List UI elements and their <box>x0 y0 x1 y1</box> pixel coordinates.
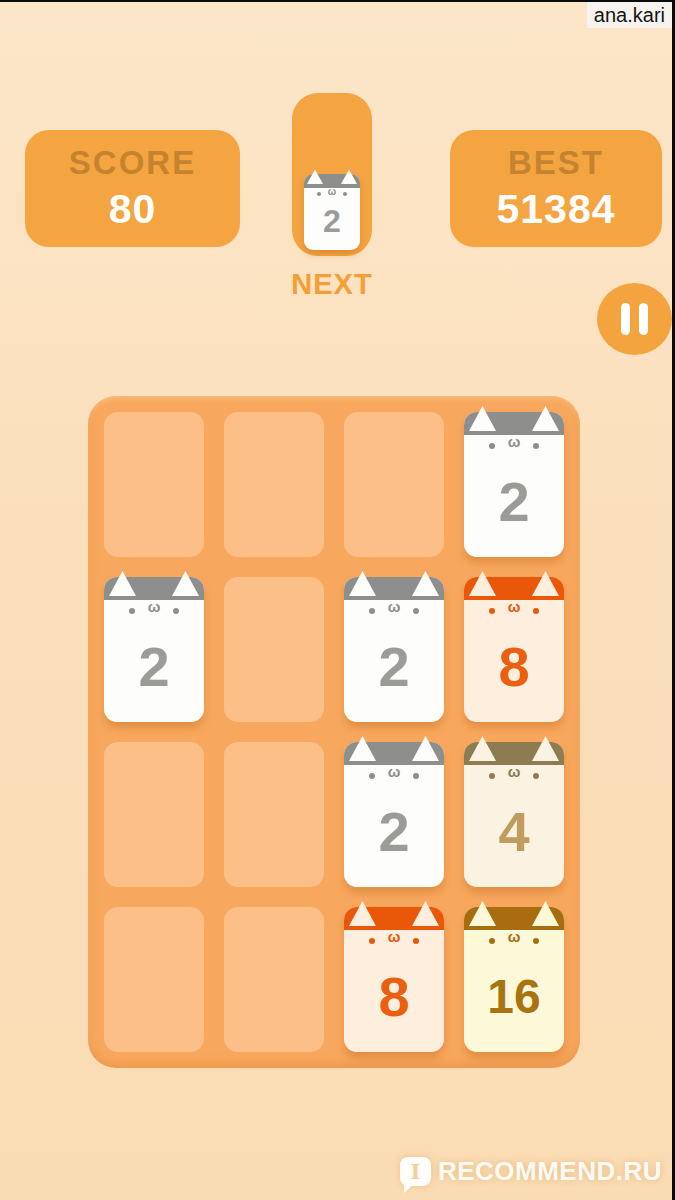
next-tile-holder: ω 2 <box>292 93 372 256</box>
tile-8: ω8 <box>464 577 564 722</box>
tile-value: 2 <box>344 611 444 722</box>
score-box: SCORE 80 <box>25 130 240 247</box>
tile-2: ω2 <box>344 742 444 887</box>
next-tile: ω 2 <box>304 174 360 250</box>
tile-value: 2 <box>344 776 444 887</box>
cell-r4c3: ω8 <box>344 907 444 1052</box>
top-edge-bar <box>0 0 675 2</box>
cell-r3c4: ω4 <box>464 742 564 887</box>
cell-r1c3 <box>344 412 444 557</box>
tile-2: ω2 <box>344 577 444 722</box>
cell-r4c1 <box>104 907 204 1052</box>
cell-r3c2 <box>224 742 324 887</box>
watermark-text: RECOMMEND.RU <box>438 1156 662 1187</box>
tile-4: ω4 <box>464 742 564 887</box>
cell-r2c1: ω2 <box>104 577 204 722</box>
cell-r4c4: ω16 <box>464 907 564 1052</box>
tile-value: 2 <box>104 611 204 722</box>
cell-r3c1 <box>104 742 204 887</box>
best-label: BEST <box>508 144 604 182</box>
cell-r1c1 <box>104 412 204 557</box>
cell-r2c4: ω8 <box>464 577 564 722</box>
watermark-badge-icon: I <box>400 1157 431 1186</box>
watermark: I RECOMMEND.RU <box>400 1156 662 1187</box>
score-label: SCORE <box>69 144 196 182</box>
pause-button[interactable] <box>597 283 672 355</box>
best-value: 51384 <box>496 186 615 233</box>
game-screen: ana.kari SCORE 80 ω 2 NEXT BEST 51384 ω2… <box>0 0 675 1200</box>
best-box: BEST 51384 <box>450 130 662 247</box>
tile-8: ω8 <box>344 907 444 1052</box>
cell-r2c2 <box>224 577 324 722</box>
tile-2: ω2 <box>104 577 204 722</box>
cell-r1c2 <box>224 412 324 557</box>
username-overlay: ana.kari <box>587 2 672 28</box>
score-value: 80 <box>109 186 157 233</box>
next-tile-value: 2 <box>304 192 360 250</box>
tile-value: 8 <box>464 611 564 722</box>
tile-2: ω2 <box>464 412 564 557</box>
pause-icon <box>639 303 648 335</box>
tile-grid: ω2ω2ω2ω8ω2ω4ω8ω16 <box>104 412 564 1052</box>
game-board[interactable]: ω2ω2ω2ω8ω2ω4ω8ω16 <box>88 396 580 1068</box>
tile-value: 4 <box>464 776 564 887</box>
cell-r3c3: ω2 <box>344 742 444 887</box>
next-label: NEXT <box>280 268 384 301</box>
tile-value: 2 <box>464 446 564 557</box>
tile-16: ω16 <box>464 907 564 1052</box>
cell-r1c4: ω2 <box>464 412 564 557</box>
cell-r2c3: ω2 <box>344 577 444 722</box>
tile-value: 16 <box>464 941 564 1052</box>
pause-icon <box>621 303 630 335</box>
tile-value: 8 <box>344 941 444 1052</box>
cell-r4c2 <box>224 907 324 1052</box>
